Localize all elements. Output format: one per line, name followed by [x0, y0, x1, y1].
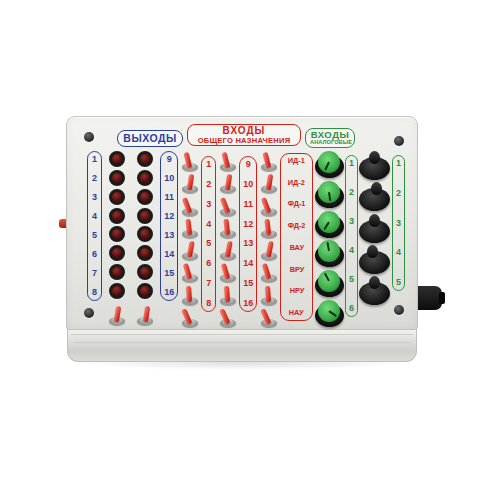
knob-cap — [318, 151, 340, 173]
led-indicator — [109, 226, 125, 242]
general-inputs-toggle-column-2 — [218, 151, 238, 327]
channel-number: 3 — [349, 217, 354, 226]
green-potentiometer-knob[interactable] — [315, 300, 344, 327]
corner-screw — [84, 132, 94, 142]
input-channel-label: ФД-2 — [288, 222, 306, 230]
outputs-bottom-toggle-2[interactable] — [135, 305, 155, 325]
knob-cap — [367, 245, 378, 258]
channel-number: 1 — [396, 159, 401, 168]
knob-cap — [318, 181, 340, 203]
toggle-switch[interactable] — [259, 285, 279, 305]
control-panel-device: ВЫХОДЫ ВХОДЫ ОБЩЕГО НАЗНАЧЕНИЯ ВХОДЫ АНА… — [66, 116, 418, 362]
analog-green-numbers-bracket: 123456 — [345, 155, 358, 317]
toggle-switch[interactable] — [218, 173, 238, 193]
green-potentiometer-knob[interactable] — [315, 270, 344, 297]
toggle-switch[interactable] — [180, 196, 200, 216]
channel-number: 4 — [206, 220, 211, 229]
case-bottom-band — [67, 328, 417, 362]
channel-number: 15 — [164, 269, 174, 278]
black-potentiometer-knob[interactable] — [359, 214, 390, 243]
black-potentiometer-knob[interactable] — [359, 245, 390, 274]
outputs-numbers-bracket-1-8: 12345678 — [87, 151, 102, 301]
led-indicator — [137, 189, 153, 205]
outputs-title: ВЫХОДЫ — [122, 132, 178, 145]
channel-number: 2 — [92, 174, 97, 183]
black-potentiometer-knob[interactable] — [359, 151, 390, 180]
general-inputs-section-header: ВХОДЫ ОБЩЕГО НАЗНАЧЕНИЯ — [187, 124, 301, 146]
channel-number: 8 — [206, 299, 211, 308]
led-indicator — [109, 245, 125, 261]
toggle-switch[interactable] — [180, 173, 200, 193]
general-inputs-title: ВХОДЫ — [192, 126, 296, 137]
channel-number: 1 — [349, 159, 354, 168]
channel-number: 7 — [92, 269, 97, 278]
named-inputs-toggle-column — [259, 151, 279, 327]
toggle-switch[interactable] — [180, 151, 200, 171]
led-indicator — [109, 264, 125, 280]
channel-number: 11 — [165, 193, 175, 202]
analog-green-knob-column — [315, 151, 344, 327]
green-potentiometer-knob[interactable] — [315, 151, 344, 178]
channel-number: 6 — [349, 304, 354, 313]
toggle-switch[interactable] — [259, 218, 279, 238]
general-inputs-toggle-column-1 — [180, 151, 200, 327]
channel-number: 12 — [243, 220, 253, 229]
general-inputs-numbers-bracket-9-16: 910111213141516 — [239, 156, 257, 312]
analog-inputs-section-header: ВХОДЫ АНАЛОГОВЫЕ — [305, 128, 355, 148]
channel-number: 13 — [164, 231, 174, 240]
toggle-switch[interactable] — [218, 151, 238, 171]
channel-number: 1 — [206, 160, 211, 169]
led-stack — [137, 151, 153, 299]
knob-cap — [369, 214, 380, 227]
outputs-section-header: ВЫХОДЫ — [117, 130, 183, 147]
toggle-switch[interactable] — [259, 196, 279, 216]
led-indicator — [137, 208, 153, 224]
green-potentiometer-knob[interactable] — [315, 240, 344, 267]
channel-number: 2 — [396, 189, 401, 198]
channel-number: 1 — [92, 155, 97, 164]
input-channel-label: ВАУ — [289, 244, 304, 252]
toggle-lever — [224, 286, 230, 302]
input-channel-label: НРУ — [289, 287, 304, 295]
toggle-lever — [265, 219, 272, 235]
green-potentiometer-knob[interactable] — [315, 211, 344, 238]
led-indicator — [109, 170, 125, 186]
named-inputs-labels-bracket: ИД-1ИД-2ФД-1ФД-2ВАУВРУНРУНАУ — [280, 153, 313, 321]
channel-number: 4 — [349, 246, 354, 255]
black-potentiometer-knob[interactable] — [359, 182, 390, 211]
outputs-numbers-bracket-9-16: 910111213141516 — [160, 151, 178, 301]
toggle-switch[interactable] — [259, 151, 279, 171]
toggle-switch[interactable] — [180, 262, 200, 282]
input-channel-label: ВРУ — [289, 266, 304, 274]
toggle-switch[interactable] — [259, 307, 279, 327]
input-channel-label: ФД-1 — [288, 200, 306, 208]
toggle-switch[interactable] — [218, 240, 238, 260]
input-channel-label: ИД-2 — [288, 179, 305, 187]
channel-number: 10 — [243, 180, 253, 189]
channel-number: 16 — [164, 288, 174, 297]
channel-number: 13 — [243, 239, 253, 248]
led-stack — [109, 151, 125, 299]
channel-number: 6 — [206, 259, 211, 268]
channel-number: 8 — [92, 288, 97, 297]
led-indicator — [109, 283, 125, 299]
outputs-led-column-2 — [132, 151, 159, 325]
channel-number: 5 — [396, 278, 401, 287]
channel-number: 5 — [349, 275, 354, 284]
outputs-bottom-toggle-1[interactable] — [107, 305, 127, 325]
analog-black-numbers-bracket: 12345 — [392, 155, 405, 291]
led-indicator — [137, 226, 153, 242]
led-indicator — [137, 170, 153, 186]
panel-columns: 12345678 910111213141516 12345678 9 — [87, 151, 405, 325]
led-indicator — [137, 283, 153, 299]
analog-black-knob-column — [359, 151, 390, 305]
toggle-switch[interactable] — [218, 218, 238, 238]
toggle-lever — [265, 286, 271, 302]
corner-screw — [84, 308, 94, 318]
channel-number: 9 — [246, 160, 251, 169]
input-channel-label: ИД-1 — [288, 157, 305, 165]
channel-number: 3 — [206, 200, 211, 209]
channel-number: 5 — [92, 231, 97, 240]
outputs-led-column-1 — [103, 151, 130, 325]
led-indicator — [109, 208, 125, 224]
channel-number: 5 — [206, 239, 211, 248]
corner-screw — [394, 136, 404, 146]
toggle-lever — [186, 286, 192, 302]
led-indicator — [109, 151, 125, 167]
front-panel: ВЫХОДЫ ВХОДЫ ОБЩЕГО НАЗНАЧЕНИЯ ВХОДЫ АНА… — [66, 116, 418, 330]
toggle-switch[interactable] — [180, 307, 200, 327]
toggle-lever — [186, 219, 193, 235]
toggle-switch[interactable] — [180, 218, 200, 238]
channel-number: 11 — [243, 200, 253, 209]
toggle-switch[interactable] — [259, 262, 279, 282]
analog-inputs-subtitle: АНАЛОГОВЫЕ — [310, 140, 350, 146]
channel-number: 12 — [164, 212, 174, 221]
channel-number: 15 — [243, 279, 253, 288]
led-indicator — [137, 151, 153, 167]
corner-screw — [394, 305, 404, 315]
input-channel-label: НАУ — [289, 309, 304, 317]
led-indicator — [137, 245, 153, 261]
toggle-switch[interactable] — [218, 262, 238, 282]
channel-number: 4 — [92, 212, 97, 221]
channel-number: 14 — [164, 250, 174, 259]
channel-number: 7 — [206, 279, 211, 288]
toggle-lever — [224, 219, 231, 235]
knob-cap — [318, 211, 340, 233]
toggle-switch[interactable] — [218, 307, 238, 327]
channel-number: 10 — [164, 174, 174, 183]
toggle-switch[interactable] — [259, 240, 279, 260]
channel-number: 2 — [349, 188, 354, 197]
general-inputs-numbers-bracket-1-8: 12345678 — [201, 156, 216, 312]
channel-number: 3 — [396, 219, 401, 228]
channel-number: 9 — [167, 155, 172, 164]
black-potentiometer-knob[interactable] — [359, 276, 390, 305]
toggle-switch[interactable] — [180, 285, 200, 305]
led-indicator — [109, 189, 125, 205]
channel-number: 4 — [396, 248, 401, 257]
channel-number: 14 — [243, 259, 253, 268]
channel-number: 3 — [92, 193, 97, 202]
general-inputs-subtitle: ОБЩЕГО НАЗНАЧЕНИЯ — [192, 137, 296, 145]
toggle-switch[interactable] — [218, 285, 238, 305]
channel-number: 16 — [243, 299, 253, 308]
toggle-switch[interactable] — [259, 173, 279, 193]
toggle-switch[interactable] — [180, 240, 200, 260]
knob-cap — [318, 300, 340, 322]
green-potentiometer-knob[interactable] — [315, 181, 344, 208]
channel-number: 2 — [206, 180, 211, 189]
toggle-switch[interactable] — [218, 196, 238, 216]
led-indicator — [137, 264, 153, 280]
channel-number: 6 — [92, 250, 97, 259]
